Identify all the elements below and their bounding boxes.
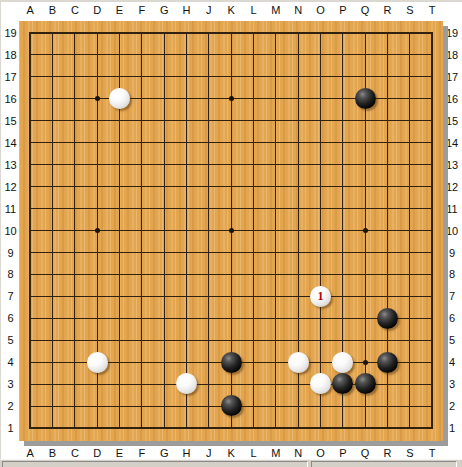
intersection-D12[interactable] <box>86 176 108 198</box>
intersection-G2[interactable] <box>153 395 175 417</box>
intersection-J7[interactable] <box>198 285 220 307</box>
intersection-Q8[interactable] <box>354 263 376 285</box>
intersection-O3[interactable] <box>309 373 331 395</box>
intersection-E7[interactable] <box>108 285 130 307</box>
intersection-L3[interactable] <box>242 373 264 395</box>
intersection-O14[interactable] <box>309 132 331 154</box>
intersection-Q7[interactable] <box>354 285 376 307</box>
intersection-F9[interactable] <box>131 241 153 263</box>
intersection-F16[interactable] <box>131 88 153 110</box>
intersection-M1[interactable] <box>265 417 287 439</box>
intersection-C5[interactable] <box>64 329 86 351</box>
intersection-T1[interactable] <box>421 417 443 439</box>
intersection-O11[interactable] <box>309 198 331 220</box>
intersection-O4[interactable] <box>309 351 331 373</box>
intersection-J11[interactable] <box>198 198 220 220</box>
intersection-E11[interactable] <box>108 198 130 220</box>
intersection-O7[interactable]: 1 <box>309 285 331 307</box>
intersection-H11[interactable] <box>175 198 197 220</box>
intersection-K8[interactable] <box>220 263 242 285</box>
intersection-J18[interactable] <box>198 44 220 66</box>
intersection-Q14[interactable] <box>354 132 376 154</box>
intersection-P13[interactable] <box>332 154 354 176</box>
intersection-Q6[interactable] <box>354 307 376 329</box>
intersection-N2[interactable] <box>287 395 309 417</box>
intersection-S6[interactable] <box>399 307 421 329</box>
intersection-H8[interactable] <box>175 263 197 285</box>
intersection-H10[interactable] <box>175 219 197 241</box>
intersection-O2[interactable] <box>309 395 331 417</box>
intersection-T14[interactable] <box>421 132 443 154</box>
intersection-G15[interactable] <box>153 110 175 132</box>
intersection-B2[interactable] <box>41 395 63 417</box>
intersection-M18[interactable] <box>265 44 287 66</box>
intersection-N7[interactable] <box>287 285 309 307</box>
intersection-G8[interactable] <box>153 263 175 285</box>
intersection-S9[interactable] <box>399 241 421 263</box>
intersection-C8[interactable] <box>64 263 86 285</box>
intersection-R1[interactable] <box>376 417 398 439</box>
intersection-E12[interactable] <box>108 176 130 198</box>
intersection-J3[interactable] <box>198 373 220 395</box>
intersection-T11[interactable] <box>421 198 443 220</box>
intersection-K17[interactable] <box>220 66 242 88</box>
intersection-M3[interactable] <box>265 373 287 395</box>
intersection-A19[interactable] <box>19 22 41 44</box>
intersection-A12[interactable] <box>19 176 41 198</box>
intersection-J1[interactable] <box>198 417 220 439</box>
intersection-H19[interactable] <box>175 22 197 44</box>
intersection-H6[interactable] <box>175 307 197 329</box>
intersection-F10[interactable] <box>131 219 153 241</box>
intersection-R11[interactable] <box>376 198 398 220</box>
intersection-N1[interactable] <box>287 417 309 439</box>
intersection-L14[interactable] <box>242 132 264 154</box>
intersection-S10[interactable] <box>399 219 421 241</box>
intersection-B3[interactable] <box>41 373 63 395</box>
intersection-P1[interactable] <box>332 417 354 439</box>
intersection-Q19[interactable] <box>354 22 376 44</box>
intersection-A6[interactable] <box>19 307 41 329</box>
intersection-D4[interactable] <box>86 351 108 373</box>
intersection-L17[interactable] <box>242 66 264 88</box>
intersection-E10[interactable] <box>108 219 130 241</box>
intersection-E14[interactable] <box>108 132 130 154</box>
intersection-Q4[interactable] <box>354 351 376 373</box>
intersection-N3[interactable] <box>287 373 309 395</box>
intersection-M14[interactable] <box>265 132 287 154</box>
intersection-A2[interactable] <box>19 395 41 417</box>
intersection-J5[interactable] <box>198 329 220 351</box>
intersection-D8[interactable] <box>86 263 108 285</box>
intersection-L12[interactable] <box>242 176 264 198</box>
intersection-C12[interactable] <box>64 176 86 198</box>
intersection-E13[interactable] <box>108 154 130 176</box>
intersection-K2[interactable] <box>220 395 242 417</box>
intersection-G19[interactable] <box>153 22 175 44</box>
intersection-L4[interactable] <box>242 351 264 373</box>
intersection-Q1[interactable] <box>354 417 376 439</box>
intersection-R17[interactable] <box>376 66 398 88</box>
intersection-B13[interactable] <box>41 154 63 176</box>
intersection-N18[interactable] <box>287 44 309 66</box>
intersection-E3[interactable] <box>108 373 130 395</box>
intersection-S1[interactable] <box>399 417 421 439</box>
intersection-C18[interactable] <box>64 44 86 66</box>
intersection-M16[interactable] <box>265 88 287 110</box>
intersection-B8[interactable] <box>41 263 63 285</box>
intersection-E18[interactable] <box>108 44 130 66</box>
intersection-B6[interactable] <box>41 307 63 329</box>
intersection-A11[interactable] <box>19 198 41 220</box>
intersection-P11[interactable] <box>332 198 354 220</box>
intersection-M15[interactable] <box>265 110 287 132</box>
intersection-J14[interactable] <box>198 132 220 154</box>
intersection-K10[interactable] <box>220 219 242 241</box>
intersection-Q12[interactable] <box>354 176 376 198</box>
intersection-B9[interactable] <box>41 241 63 263</box>
intersection-C19[interactable] <box>64 22 86 44</box>
intersection-L1[interactable] <box>242 417 264 439</box>
intersection-O18[interactable] <box>309 44 331 66</box>
intersection-P2[interactable] <box>332 395 354 417</box>
intersection-Q5[interactable] <box>354 329 376 351</box>
intersection-M9[interactable] <box>265 241 287 263</box>
intersection-P6[interactable] <box>332 307 354 329</box>
intersection-E2[interactable] <box>108 395 130 417</box>
intersection-G13[interactable] <box>153 154 175 176</box>
intersection-O13[interactable] <box>309 154 331 176</box>
intersection-L11[interactable] <box>242 198 264 220</box>
intersection-H13[interactable] <box>175 154 197 176</box>
intersection-T2[interactable] <box>421 395 443 417</box>
intersection-E17[interactable] <box>108 66 130 88</box>
intersection-B5[interactable] <box>41 329 63 351</box>
intersection-G11[interactable] <box>153 198 175 220</box>
intersection-J10[interactable] <box>198 219 220 241</box>
intersection-P17[interactable] <box>332 66 354 88</box>
intersection-R7[interactable] <box>376 285 398 307</box>
intersection-C9[interactable] <box>64 241 86 263</box>
intersection-C3[interactable] <box>64 373 86 395</box>
intersection-O5[interactable] <box>309 329 331 351</box>
intersection-A4[interactable] <box>19 351 41 373</box>
intersection-K9[interactable] <box>220 241 242 263</box>
intersection-D10[interactable] <box>86 219 108 241</box>
intersection-N19[interactable] <box>287 22 309 44</box>
intersection-A7[interactable] <box>19 285 41 307</box>
intersection-A5[interactable] <box>19 329 41 351</box>
intersection-O9[interactable] <box>309 241 331 263</box>
intersection-N14[interactable] <box>287 132 309 154</box>
intersection-Q17[interactable] <box>354 66 376 88</box>
intersection-G17[interactable] <box>153 66 175 88</box>
intersection-C1[interactable] <box>64 417 86 439</box>
intersection-O6[interactable] <box>309 307 331 329</box>
intersection-O10[interactable] <box>309 219 331 241</box>
intersection-L9[interactable] <box>242 241 264 263</box>
intersection-C16[interactable] <box>64 88 86 110</box>
intersection-D2[interactable] <box>86 395 108 417</box>
intersection-H4[interactable] <box>175 351 197 373</box>
intersection-R15[interactable] <box>376 110 398 132</box>
intersection-O16[interactable] <box>309 88 331 110</box>
intersection-K19[interactable] <box>220 22 242 44</box>
intersection-T15[interactable] <box>421 110 443 132</box>
intersection-N12[interactable] <box>287 176 309 198</box>
intersection-D7[interactable] <box>86 285 108 307</box>
intersection-D13[interactable] <box>86 154 108 176</box>
intersection-C15[interactable] <box>64 110 86 132</box>
intersection-K5[interactable] <box>220 329 242 351</box>
intersection-J15[interactable] <box>198 110 220 132</box>
intersection-A10[interactable] <box>19 219 41 241</box>
intersection-L16[interactable] <box>242 88 264 110</box>
intersection-C13[interactable] <box>64 154 86 176</box>
intersection-F7[interactable] <box>131 285 153 307</box>
intersection-C6[interactable] <box>64 307 86 329</box>
intersection-R5[interactable] <box>376 329 398 351</box>
intersection-A17[interactable] <box>19 66 41 88</box>
intersection-C4[interactable] <box>64 351 86 373</box>
intersection-T8[interactable] <box>421 263 443 285</box>
intersection-S4[interactable] <box>399 351 421 373</box>
intersection-K11[interactable] <box>220 198 242 220</box>
intersection-J19[interactable] <box>198 22 220 44</box>
intersection-A9[interactable] <box>19 241 41 263</box>
intersection-N8[interactable] <box>287 263 309 285</box>
intersection-G3[interactable] <box>153 373 175 395</box>
intersection-R16[interactable] <box>376 88 398 110</box>
intersection-E9[interactable] <box>108 241 130 263</box>
intersection-H9[interactable] <box>175 241 197 263</box>
intersection-R10[interactable] <box>376 219 398 241</box>
intersection-G6[interactable] <box>153 307 175 329</box>
intersection-E19[interactable] <box>108 22 130 44</box>
intersection-B14[interactable] <box>41 132 63 154</box>
intersection-H15[interactable] <box>175 110 197 132</box>
intersection-H2[interactable] <box>175 395 197 417</box>
intersection-B15[interactable] <box>41 110 63 132</box>
intersection-G9[interactable] <box>153 241 175 263</box>
intersection-M17[interactable] <box>265 66 287 88</box>
intersection-N9[interactable] <box>287 241 309 263</box>
intersection-M19[interactable] <box>265 22 287 44</box>
intersection-F5[interactable] <box>131 329 153 351</box>
intersection-Q3[interactable] <box>354 373 376 395</box>
intersection-K12[interactable] <box>220 176 242 198</box>
intersection-N5[interactable] <box>287 329 309 351</box>
intersection-F13[interactable] <box>131 154 153 176</box>
intersection-L15[interactable] <box>242 110 264 132</box>
intersection-S13[interactable] <box>399 154 421 176</box>
intersection-G12[interactable] <box>153 176 175 198</box>
intersection-F1[interactable] <box>131 417 153 439</box>
intersection-M10[interactable] <box>265 219 287 241</box>
intersection-G7[interactable] <box>153 285 175 307</box>
intersection-Q11[interactable] <box>354 198 376 220</box>
intersection-S2[interactable] <box>399 395 421 417</box>
intersection-C7[interactable] <box>64 285 86 307</box>
intersection-D14[interactable] <box>86 132 108 154</box>
intersection-N4[interactable] <box>287 351 309 373</box>
intersection-F2[interactable] <box>131 395 153 417</box>
intersection-L18[interactable] <box>242 44 264 66</box>
intersection-H14[interactable] <box>175 132 197 154</box>
intersection-M8[interactable] <box>265 263 287 285</box>
intersection-R19[interactable] <box>376 22 398 44</box>
intersection-F3[interactable] <box>131 373 153 395</box>
intersection-T6[interactable] <box>421 307 443 329</box>
intersection-P5[interactable] <box>332 329 354 351</box>
intersection-T17[interactable] <box>421 66 443 88</box>
intersection-L8[interactable] <box>242 263 264 285</box>
intersection-P7[interactable] <box>332 285 354 307</box>
intersection-S8[interactable] <box>399 263 421 285</box>
intersection-S15[interactable] <box>399 110 421 132</box>
intersection-G16[interactable] <box>153 88 175 110</box>
intersection-L10[interactable] <box>242 219 264 241</box>
intersection-S11[interactable] <box>399 198 421 220</box>
intersection-L19[interactable] <box>242 22 264 44</box>
intersection-D9[interactable] <box>86 241 108 263</box>
intersection-P18[interactable] <box>332 44 354 66</box>
intersection-L5[interactable] <box>242 329 264 351</box>
intersection-B10[interactable] <box>41 219 63 241</box>
intersection-D11[interactable] <box>86 198 108 220</box>
intersection-H12[interactable] <box>175 176 197 198</box>
intersection-K14[interactable] <box>220 132 242 154</box>
intersection-J17[interactable] <box>198 66 220 88</box>
intersection-T16[interactable] <box>421 88 443 110</box>
intersection-J6[interactable] <box>198 307 220 329</box>
intersection-M13[interactable] <box>265 154 287 176</box>
intersection-D3[interactable] <box>86 373 108 395</box>
intersection-G18[interactable] <box>153 44 175 66</box>
intersection-O8[interactable] <box>309 263 331 285</box>
intersection-R9[interactable] <box>376 241 398 263</box>
intersection-C10[interactable] <box>64 219 86 241</box>
intersection-E8[interactable] <box>108 263 130 285</box>
intersection-F18[interactable] <box>131 44 153 66</box>
intersection-N6[interactable] <box>287 307 309 329</box>
intersection-R13[interactable] <box>376 154 398 176</box>
intersection-E15[interactable] <box>108 110 130 132</box>
intersection-M6[interactable] <box>265 307 287 329</box>
intersection-P16[interactable] <box>332 88 354 110</box>
intersection-H16[interactable] <box>175 88 197 110</box>
intersection-A15[interactable] <box>19 110 41 132</box>
intersection-F17[interactable] <box>131 66 153 88</box>
intersection-R12[interactable] <box>376 176 398 198</box>
intersection-P4[interactable] <box>332 351 354 373</box>
intersection-Q16[interactable] <box>354 88 376 110</box>
intersection-S16[interactable] <box>399 88 421 110</box>
intersection-D19[interactable] <box>86 22 108 44</box>
intersection-N15[interactable] <box>287 110 309 132</box>
intersection-S5[interactable] <box>399 329 421 351</box>
intersection-L6[interactable] <box>242 307 264 329</box>
intersection-K16[interactable] <box>220 88 242 110</box>
intersection-D15[interactable] <box>86 110 108 132</box>
intersection-B16[interactable] <box>41 88 63 110</box>
intersection-P8[interactable] <box>332 263 354 285</box>
intersection-P15[interactable] <box>332 110 354 132</box>
intersection-G4[interactable] <box>153 351 175 373</box>
intersection-M7[interactable] <box>265 285 287 307</box>
intersection-Q13[interactable] <box>354 154 376 176</box>
intersection-J12[interactable] <box>198 176 220 198</box>
intersection-L7[interactable] <box>242 285 264 307</box>
intersection-D18[interactable] <box>86 44 108 66</box>
intersection-D17[interactable] <box>86 66 108 88</box>
intersection-S12[interactable] <box>399 176 421 198</box>
intersection-B11[interactable] <box>41 198 63 220</box>
intersection-F19[interactable] <box>131 22 153 44</box>
intersection-B7[interactable] <box>41 285 63 307</box>
intersection-J4[interactable] <box>198 351 220 373</box>
intersection-E6[interactable] <box>108 307 130 329</box>
intersection-K1[interactable] <box>220 417 242 439</box>
intersection-O1[interactable] <box>309 417 331 439</box>
intersection-T5[interactable] <box>421 329 443 351</box>
intersection-A16[interactable] <box>19 88 41 110</box>
intersection-F11[interactable] <box>131 198 153 220</box>
intersection-C14[interactable] <box>64 132 86 154</box>
intersection-N13[interactable] <box>287 154 309 176</box>
intersection-H17[interactable] <box>175 66 197 88</box>
intersection-N10[interactable] <box>287 219 309 241</box>
intersection-E16[interactable] <box>108 88 130 110</box>
intersection-R6[interactable] <box>376 307 398 329</box>
intersection-T13[interactable] <box>421 154 443 176</box>
intersection-K15[interactable] <box>220 110 242 132</box>
intersection-K3[interactable] <box>220 373 242 395</box>
intersection-F12[interactable] <box>131 176 153 198</box>
intersection-M5[interactable] <box>265 329 287 351</box>
intersection-K4[interactable] <box>220 351 242 373</box>
intersection-T18[interactable] <box>421 44 443 66</box>
intersection-D16[interactable] <box>86 88 108 110</box>
intersection-B1[interactable] <box>41 417 63 439</box>
intersection-A3[interactable] <box>19 373 41 395</box>
intersection-P10[interactable] <box>332 219 354 241</box>
intersection-C17[interactable] <box>64 66 86 88</box>
intersection-R14[interactable] <box>376 132 398 154</box>
intersection-N16[interactable] <box>287 88 309 110</box>
intersection-S14[interactable] <box>399 132 421 154</box>
intersection-D6[interactable] <box>86 307 108 329</box>
intersection-F14[interactable] <box>131 132 153 154</box>
intersection-H7[interactable] <box>175 285 197 307</box>
intersection-N11[interactable] <box>287 198 309 220</box>
intersection-C11[interactable] <box>64 198 86 220</box>
intersection-S7[interactable] <box>399 285 421 307</box>
intersection-F6[interactable] <box>131 307 153 329</box>
intersection-T12[interactable] <box>421 176 443 198</box>
intersection-M11[interactable] <box>265 198 287 220</box>
intersection-B18[interactable] <box>41 44 63 66</box>
intersection-T10[interactable] <box>421 219 443 241</box>
intersection-B19[interactable] <box>41 22 63 44</box>
intersection-C2[interactable] <box>64 395 86 417</box>
intersection-F8[interactable] <box>131 263 153 285</box>
intersection-Q15[interactable] <box>354 110 376 132</box>
intersection-B12[interactable] <box>41 176 63 198</box>
intersection-G10[interactable] <box>153 219 175 241</box>
intersection-M2[interactable] <box>265 395 287 417</box>
intersection-Q2[interactable] <box>354 395 376 417</box>
